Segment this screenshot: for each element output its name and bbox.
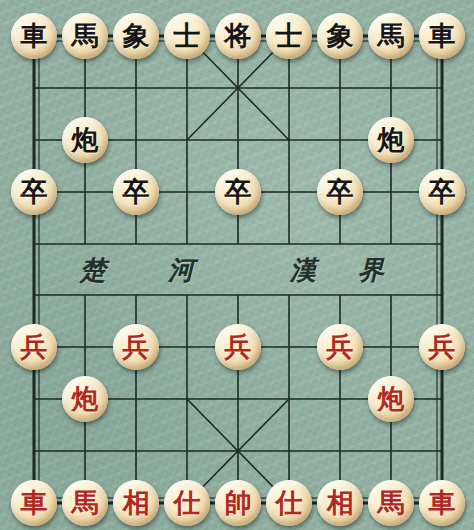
piece-glyph: 相 bbox=[327, 489, 354, 516]
piece-glyph: 卒 bbox=[123, 178, 150, 205]
piece-glyph: 車 bbox=[429, 22, 456, 49]
piece-red-相[interactable]: 相 bbox=[317, 480, 363, 526]
piece-black-卒[interactable]: 卒 bbox=[317, 169, 363, 215]
piece-glyph: 炮 bbox=[72, 385, 99, 412]
piece-glyph: 兵 bbox=[225, 333, 252, 360]
piece-glyph: 馬 bbox=[72, 489, 99, 516]
piece-red-馬[interactable]: 馬 bbox=[62, 480, 108, 526]
piece-black-象[interactable]: 象 bbox=[317, 13, 363, 59]
piece-red-車[interactable]: 車 bbox=[419, 480, 465, 526]
piece-red-相[interactable]: 相 bbox=[113, 480, 159, 526]
piece-red-車[interactable]: 車 bbox=[11, 480, 57, 526]
piece-black-卒[interactable]: 卒 bbox=[113, 169, 159, 215]
piece-glyph: 炮 bbox=[378, 126, 405, 153]
piece-red-仕[interactable]: 仕 bbox=[164, 480, 210, 526]
piece-red-炮[interactable]: 炮 bbox=[368, 376, 414, 422]
piece-red-帥[interactable]: 帥 bbox=[215, 480, 261, 526]
piece-black-馬[interactable]: 馬 bbox=[62, 13, 108, 59]
piece-glyph: 象 bbox=[123, 22, 150, 49]
piece-glyph: 卒 bbox=[327, 178, 354, 205]
piece-glyph: 卒 bbox=[225, 178, 252, 205]
xiangqi-board[interactable]: 楚河 漢界 車馬象士将士象馬車炮炮卒卒卒卒卒兵兵兵兵兵炮炮車馬相仕帥仕相馬車 bbox=[0, 0, 474, 530]
piece-glyph: 象 bbox=[327, 22, 354, 49]
piece-red-兵[interactable]: 兵 bbox=[419, 324, 465, 370]
piece-black-炮[interactable]: 炮 bbox=[62, 117, 108, 163]
piece-red-馬[interactable]: 馬 bbox=[368, 480, 414, 526]
piece-black-卒[interactable]: 卒 bbox=[215, 169, 261, 215]
piece-black-車[interactable]: 車 bbox=[11, 13, 57, 59]
piece-glyph: 仕 bbox=[174, 489, 201, 516]
piece-red-炮[interactable]: 炮 bbox=[62, 376, 108, 422]
piece-glyph: 卒 bbox=[429, 178, 456, 205]
piece-glyph: 仕 bbox=[276, 489, 303, 516]
piece-black-士[interactable]: 士 bbox=[164, 13, 210, 59]
file-lines bbox=[85, 36, 391, 503]
piece-glyph: 炮 bbox=[72, 126, 99, 153]
piece-glyph: 士 bbox=[276, 22, 303, 49]
piece-glyph: 車 bbox=[21, 489, 48, 516]
board-grid-lines bbox=[0, 0, 474, 530]
piece-red-兵[interactable]: 兵 bbox=[215, 324, 261, 370]
piece-glyph: 炮 bbox=[378, 385, 405, 412]
piece-black-士[interactable]: 士 bbox=[266, 13, 312, 59]
piece-glyph: 兵 bbox=[123, 333, 150, 360]
piece-black-将[interactable]: 将 bbox=[215, 13, 261, 59]
piece-red-兵[interactable]: 兵 bbox=[113, 324, 159, 370]
piece-black-炮[interactable]: 炮 bbox=[368, 117, 414, 163]
piece-red-兵[interactable]: 兵 bbox=[11, 324, 57, 370]
piece-glyph: 馬 bbox=[378, 22, 405, 49]
piece-glyph: 士 bbox=[174, 22, 201, 49]
piece-glyph: 兵 bbox=[429, 333, 456, 360]
piece-red-兵[interactable]: 兵 bbox=[317, 324, 363, 370]
piece-glyph: 車 bbox=[429, 489, 456, 516]
piece-black-卒[interactable]: 卒 bbox=[11, 169, 57, 215]
piece-glyph: 将 bbox=[225, 22, 252, 49]
piece-glyph: 車 bbox=[21, 22, 48, 49]
piece-black-馬[interactable]: 馬 bbox=[368, 13, 414, 59]
piece-black-卒[interactable]: 卒 bbox=[419, 169, 465, 215]
piece-glyph: 相 bbox=[123, 489, 150, 516]
piece-glyph: 兵 bbox=[21, 333, 48, 360]
piece-glyph: 卒 bbox=[21, 178, 48, 205]
piece-glyph: 馬 bbox=[72, 22, 99, 49]
piece-black-車[interactable]: 車 bbox=[419, 13, 465, 59]
piece-glyph: 馬 bbox=[378, 489, 405, 516]
piece-red-仕[interactable]: 仕 bbox=[266, 480, 312, 526]
piece-black-象[interactable]: 象 bbox=[113, 13, 159, 59]
piece-glyph: 帥 bbox=[225, 489, 252, 516]
piece-glyph: 兵 bbox=[327, 333, 354, 360]
